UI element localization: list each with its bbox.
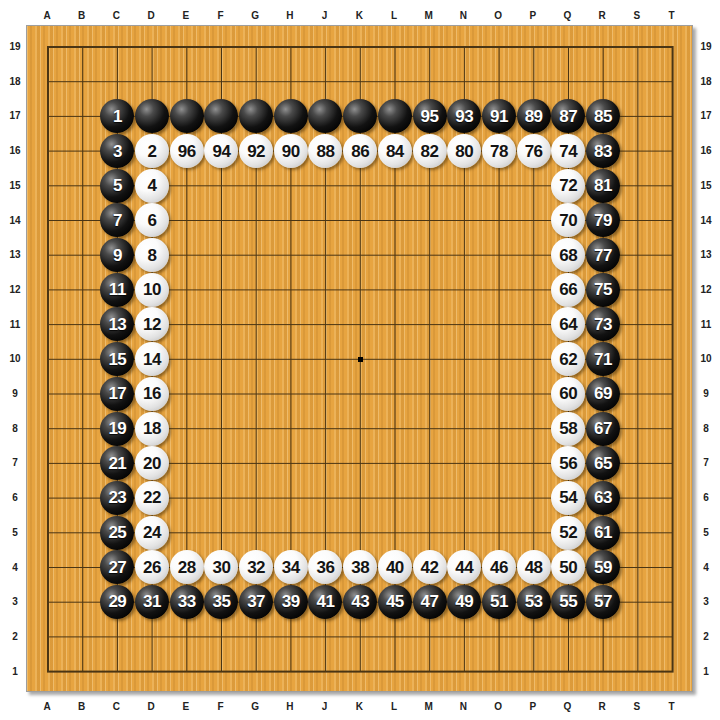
- stone-black-P3-move-53[interactable]: 53: [517, 585, 551, 619]
- col-label-top-E: E: [182, 10, 189, 21]
- col-label-top-N: N: [460, 10, 467, 21]
- stone-black-R13-move-77[interactable]: 77: [586, 238, 620, 272]
- col-label-bottom-L: L: [391, 701, 397, 712]
- stone-white-Q15-move-72[interactable]: 72: [551, 169, 585, 203]
- stone-black-H3-move-39[interactable]: 39: [274, 585, 308, 619]
- row-label-right-6: 6: [703, 492, 709, 503]
- stone-move-number: 36: [317, 559, 335, 576]
- stone-black-N17-move-93[interactable]: 93: [447, 99, 481, 133]
- row-label-left-13: 13: [9, 249, 20, 260]
- stone-white-D15-move-4[interactable]: 4: [135, 169, 169, 203]
- stone-black-R5-move-61[interactable]: 61: [586, 516, 620, 550]
- stone-white-D8-move-18[interactable]: 18: [135, 412, 169, 446]
- row-label-left-12: 12: [9, 283, 20, 294]
- stone-move-number: 26: [143, 559, 161, 576]
- stone-white-Q12-move-66[interactable]: 66: [551, 273, 585, 307]
- stone-move-number: 60: [559, 385, 577, 402]
- stone-white-D9-move-16[interactable]: 16: [135, 377, 169, 411]
- row-label-right-16: 16: [700, 145, 711, 156]
- stone-move-number: 20: [143, 455, 161, 472]
- stone-move-number: 18: [143, 420, 161, 437]
- stone-move-number: 8: [148, 247, 157, 264]
- stone-move-number: 70: [559, 212, 577, 229]
- stone-white-H4-move-34[interactable]: 34: [274, 550, 308, 584]
- stone-black-E3-move-33[interactable]: 33: [170, 585, 204, 619]
- stone-white-P4-move-48[interactable]: 48: [517, 550, 551, 584]
- stone-black-C5-move-25[interactable]: 25: [100, 516, 134, 550]
- stone-white-Q4-move-50[interactable]: 50: [551, 550, 585, 584]
- col-label-top-L: L: [391, 10, 397, 21]
- stone-white-Q11-move-64[interactable]: 64: [551, 307, 585, 341]
- row-label-left-19: 19: [9, 41, 20, 52]
- col-label-top-T: T: [669, 10, 675, 21]
- stone-move-number: 76: [525, 143, 543, 160]
- stone-move-number: 30: [212, 559, 230, 576]
- stone-black-O3-move-51[interactable]: 51: [482, 585, 516, 619]
- stone-black-M3-move-47[interactable]: 47: [413, 585, 447, 619]
- stone-move-number: 3: [113, 143, 122, 160]
- stone-white-H16-move-90[interactable]: 90: [274, 134, 308, 168]
- stone-move-number: 69: [594, 385, 612, 402]
- row-label-left-4: 4: [12, 561, 18, 572]
- stone-black-J17[interactable]: [308, 99, 342, 133]
- stone-move-number: 61: [594, 524, 612, 541]
- col-label-bottom-F: F: [217, 701, 223, 712]
- stone-move-number: 29: [108, 593, 126, 610]
- stone-move-number: 96: [178, 143, 196, 160]
- stone-move-number: 2: [148, 143, 157, 160]
- stone-white-D7-move-20[interactable]: 20: [135, 446, 169, 480]
- col-label-top-F: F: [217, 10, 223, 21]
- stone-white-O4-move-46[interactable]: 46: [482, 550, 516, 584]
- col-label-bottom-N: N: [460, 701, 467, 712]
- stone-black-D3-move-31[interactable]: 31: [135, 585, 169, 619]
- stone-move-number: 21: [108, 455, 126, 472]
- col-label-top-M: M: [425, 10, 433, 21]
- stone-white-D11-move-12[interactable]: 12: [135, 307, 169, 341]
- stone-move-number: 73: [594, 316, 612, 333]
- stone-white-N16-move-80[interactable]: 80: [447, 134, 481, 168]
- stone-black-R15-move-81[interactable]: 81: [586, 169, 620, 203]
- stone-move-number: 46: [490, 559, 508, 576]
- stone-move-number: 95: [421, 108, 439, 125]
- stone-black-R16-move-83[interactable]: 83: [586, 134, 620, 168]
- stone-white-G16-move-92[interactable]: 92: [239, 134, 273, 168]
- col-label-top-C: C: [113, 10, 120, 21]
- stone-move-number: 43: [351, 593, 369, 610]
- stone-white-Q6-move-54[interactable]: 54: [551, 481, 585, 515]
- stone-white-Q14-move-70[interactable]: 70: [551, 203, 585, 237]
- stone-move-number: 44: [455, 559, 473, 576]
- row-label-right-2: 2: [703, 630, 709, 641]
- stone-move-number: 81: [594, 177, 612, 194]
- stone-move-number: 57: [594, 593, 612, 610]
- stone-move-number: 28: [178, 559, 196, 576]
- row-label-left-7: 7: [12, 457, 18, 468]
- col-label-bottom-M: M: [425, 701, 433, 712]
- stone-black-R3-move-57[interactable]: 57: [586, 585, 620, 619]
- stones-grid: 1959391898785329694929088868482807876748…: [31, 30, 690, 689]
- stone-black-L17[interactable]: [378, 99, 412, 133]
- row-label-left-10: 10: [9, 353, 20, 364]
- stone-move-number: 88: [317, 143, 335, 160]
- stone-black-C14-move-7[interactable]: 7: [100, 203, 134, 237]
- stone-move-number: 58: [559, 420, 577, 437]
- row-label-left-6: 6: [12, 492, 18, 503]
- col-label-bottom-O: O: [494, 701, 502, 712]
- stone-black-P17-move-89[interactable]: 89: [517, 99, 551, 133]
- stone-move-number: 53: [525, 593, 543, 610]
- stone-white-M4-move-42[interactable]: 42: [413, 550, 447, 584]
- stone-black-K3-move-43[interactable]: 43: [343, 585, 377, 619]
- col-label-top-O: O: [494, 10, 502, 21]
- row-label-right-9: 9: [703, 388, 709, 399]
- row-label-right-10: 10: [700, 353, 711, 364]
- stone-move-number: 15: [108, 351, 126, 368]
- stone-white-M16-move-82[interactable]: 82: [413, 134, 447, 168]
- stone-move-number: 41: [317, 593, 335, 610]
- stone-move-number: 89: [525, 108, 543, 125]
- stone-white-K16-move-86[interactable]: 86: [343, 134, 377, 168]
- stone-move-number: 55: [559, 593, 577, 610]
- row-label-right-18: 18: [700, 75, 711, 86]
- stone-white-D6-move-22[interactable]: 22: [135, 481, 169, 515]
- stone-move-number: 74: [559, 143, 577, 160]
- stone-white-E4-move-28[interactable]: 28: [170, 550, 204, 584]
- col-label-bottom-C: C: [113, 701, 120, 712]
- col-label-top-B: B: [78, 10, 85, 21]
- row-label-left-17: 17: [9, 110, 20, 121]
- col-label-top-P: P: [529, 10, 536, 21]
- stone-white-D5-move-24[interactable]: 24: [135, 516, 169, 550]
- stone-move-number: 64: [559, 316, 577, 333]
- stone-white-F4-move-30[interactable]: 30: [204, 550, 238, 584]
- row-label-left-14: 14: [9, 214, 20, 225]
- stone-black-C8-move-19[interactable]: 19: [100, 412, 134, 446]
- stone-white-F16-move-94[interactable]: 94: [204, 134, 238, 168]
- stone-move-number: 37: [247, 593, 265, 610]
- stone-move-number: 59: [594, 559, 612, 576]
- col-label-bottom-A: A: [43, 701, 50, 712]
- stone-black-C4-move-27[interactable]: 27: [100, 550, 134, 584]
- col-label-top-H: H: [286, 10, 293, 21]
- col-label-top-Q: Q: [564, 10, 572, 21]
- stone-move-number: 49: [455, 593, 473, 610]
- stone-white-D16-move-2[interactable]: 2: [135, 134, 169, 168]
- row-label-left-2: 2: [12, 630, 18, 641]
- col-label-top-S: S: [634, 10, 641, 21]
- stone-move-number: 45: [386, 593, 404, 610]
- stone-move-number: 16: [143, 385, 161, 402]
- stone-move-number: 25: [108, 524, 126, 541]
- stone-black-C3-move-29[interactable]: 29: [100, 585, 134, 619]
- stone-move-number: 65: [594, 455, 612, 472]
- stone-move-number: 38: [351, 559, 369, 576]
- stone-black-C9-move-17[interactable]: 17: [100, 377, 134, 411]
- stone-white-D13-move-8[interactable]: 8: [135, 238, 169, 272]
- stone-move-number: 94: [212, 143, 230, 160]
- stone-black-M17-move-95[interactable]: 95: [413, 99, 447, 133]
- stone-move-number: 72: [559, 177, 577, 194]
- row-label-right-15: 15: [700, 179, 711, 190]
- stone-white-Q16-move-74[interactable]: 74: [551, 134, 585, 168]
- stone-white-J16-move-88[interactable]: 88: [308, 134, 342, 168]
- stone-move-number: 66: [559, 281, 577, 298]
- stone-black-Q3-move-55[interactable]: 55: [551, 585, 585, 619]
- stone-white-Q9-move-60[interactable]: 60: [551, 377, 585, 411]
- stone-move-number: 77: [594, 247, 612, 264]
- stone-black-R9-move-69[interactable]: 69: [586, 377, 620, 411]
- stone-move-number: 32: [247, 559, 265, 576]
- stone-black-O17-move-91[interactable]: 91: [482, 99, 516, 133]
- stone-black-R6-move-63[interactable]: 63: [586, 481, 620, 515]
- go-diagram-page: ABCDEFGHJKLMNOPQRST ABCDEFGHJKLMNOPQRST …: [0, 0, 720, 720]
- stone-white-D10-move-14[interactable]: 14: [135, 342, 169, 376]
- stone-white-D4-move-26[interactable]: 26: [135, 550, 169, 584]
- stone-white-K4-move-38[interactable]: 38: [343, 550, 377, 584]
- stone-white-Q13-move-68[interactable]: 68: [551, 238, 585, 272]
- stone-move-number: 79: [594, 212, 612, 229]
- stone-move-number: 10: [143, 281, 161, 298]
- stone-move-number: 12: [143, 316, 161, 333]
- row-label-left-3: 3: [12, 596, 18, 607]
- stone-black-C6-move-23[interactable]: 23: [100, 481, 134, 515]
- stone-move-number: 17: [108, 385, 126, 402]
- stone-white-O16-move-78[interactable]: 78: [482, 134, 516, 168]
- stone-black-N3-move-49[interactable]: 49: [447, 585, 481, 619]
- stone-black-C13-move-9[interactable]: 9: [100, 238, 134, 272]
- stone-move-number: 11: [109, 281, 126, 298]
- stone-move-number: 68: [559, 247, 577, 264]
- stone-move-number: 51: [490, 593, 508, 610]
- col-label-top-A: A: [43, 10, 50, 21]
- stone-white-Q5-move-52[interactable]: 52: [551, 516, 585, 550]
- col-label-top-R: R: [599, 10, 606, 21]
- stone-move-number: 84: [386, 143, 404, 160]
- stone-move-number: 50: [559, 559, 577, 576]
- stone-move-number: 85: [594, 108, 612, 125]
- stone-black-C11-move-13[interactable]: 13: [100, 307, 134, 341]
- stone-white-G4-move-32[interactable]: 32: [239, 550, 273, 584]
- stone-move-number: 6: [148, 212, 157, 229]
- stone-white-J4-move-36[interactable]: 36: [308, 550, 342, 584]
- row-label-left-15: 15: [9, 179, 20, 190]
- row-label-right-8: 8: [703, 422, 709, 433]
- stone-move-number: 39: [282, 593, 300, 610]
- stone-black-R7-move-65[interactable]: 65: [586, 446, 620, 480]
- col-label-top-J: J: [322, 10, 328, 21]
- stone-black-C17-move-1[interactable]: 1: [100, 99, 134, 133]
- stone-move-number: 87: [559, 108, 577, 125]
- stone-black-G17[interactable]: [239, 99, 273, 133]
- stone-move-number: 78: [490, 143, 508, 160]
- stone-move-number: 13: [108, 316, 126, 333]
- stone-move-number: 33: [178, 593, 196, 610]
- row-label-left-9: 9: [12, 388, 18, 399]
- stone-move-number: 48: [525, 559, 543, 576]
- row-label-left-18: 18: [9, 75, 20, 86]
- stone-black-R12-move-75[interactable]: 75: [586, 273, 620, 307]
- row-label-right-5: 5: [703, 526, 709, 537]
- stone-move-number: 40: [386, 559, 404, 576]
- stone-black-R10-move-71[interactable]: 71: [586, 342, 620, 376]
- stone-move-number: 9: [113, 247, 122, 264]
- stone-white-Q8-move-58[interactable]: 58: [551, 412, 585, 446]
- stone-black-Q17-move-87[interactable]: 87: [551, 99, 585, 133]
- col-label-top-D: D: [147, 10, 154, 21]
- stone-move-number: 4: [148, 177, 157, 194]
- stone-black-C7-move-21[interactable]: 21: [100, 446, 134, 480]
- stone-move-number: 54: [559, 489, 577, 506]
- stone-black-C16-move-3[interactable]: 3: [100, 134, 134, 168]
- col-label-top-K: K: [356, 10, 363, 21]
- stone-black-L3-move-45[interactable]: 45: [378, 585, 412, 619]
- row-label-right-7: 7: [703, 457, 709, 468]
- stone-black-H17[interactable]: [274, 99, 308, 133]
- row-label-left-11: 11: [10, 318, 21, 329]
- stone-black-R11-move-73[interactable]: 73: [586, 307, 620, 341]
- stone-black-F3-move-35[interactable]: 35: [204, 585, 238, 619]
- stone-move-number: 7: [113, 212, 122, 229]
- col-label-bottom-K: K: [356, 701, 363, 712]
- row-label-right-11: 11: [701, 318, 712, 329]
- col-label-bottom-D: D: [147, 701, 154, 712]
- stone-move-number: 86: [351, 143, 369, 160]
- stone-move-number: 93: [455, 108, 473, 125]
- stone-move-number: 67: [594, 420, 612, 437]
- stone-white-L4-move-40[interactable]: 40: [378, 550, 412, 584]
- row-label-right-4: 4: [703, 561, 709, 572]
- row-label-left-1: 1: [12, 665, 18, 676]
- stone-black-F17[interactable]: [204, 99, 238, 133]
- stone-move-number: 5: [113, 177, 122, 194]
- row-label-left-16: 16: [9, 145, 20, 156]
- stone-move-number: 14: [143, 351, 161, 368]
- col-label-bottom-J: J: [322, 701, 328, 712]
- stone-move-number: 31: [143, 593, 161, 610]
- stone-move-number: 80: [455, 143, 473, 160]
- stone-move-number: 92: [247, 143, 265, 160]
- col-label-bottom-T: T: [669, 701, 675, 712]
- stone-black-R8-move-67[interactable]: 67: [586, 412, 620, 446]
- stone-white-D14-move-6[interactable]: 6: [135, 203, 169, 237]
- stone-move-number: 23: [108, 489, 126, 506]
- stone-black-R17-move-85[interactable]: 85: [586, 99, 620, 133]
- stone-move-number: 62: [559, 351, 577, 368]
- col-label-bottom-Q: Q: [564, 701, 572, 712]
- stone-black-G3-move-37[interactable]: 37: [239, 585, 273, 619]
- stone-move-number: 27: [108, 559, 126, 576]
- stone-move-number: 56: [559, 455, 577, 472]
- stone-white-D12-move-10[interactable]: 10: [135, 273, 169, 307]
- stone-white-Q7-move-56[interactable]: 56: [551, 446, 585, 480]
- row-label-right-1: 1: [703, 665, 709, 676]
- stone-move-number: 42: [421, 559, 439, 576]
- stone-black-E17[interactable]: [170, 99, 204, 133]
- row-label-right-13: 13: [700, 249, 711, 260]
- stone-white-P16-move-76[interactable]: 76: [517, 134, 551, 168]
- col-label-bottom-G: G: [251, 701, 259, 712]
- stone-move-number: 35: [212, 593, 230, 610]
- row-label-left-5: 5: [12, 526, 18, 537]
- stone-move-number: 90: [282, 143, 300, 160]
- stone-black-K17[interactable]: [343, 99, 377, 133]
- stone-black-C12-move-11[interactable]: 11: [100, 273, 134, 307]
- stone-black-C15-move-5[interactable]: 5: [100, 169, 134, 203]
- stone-move-number: 63: [594, 489, 612, 506]
- col-label-bottom-E: E: [182, 701, 189, 712]
- stone-move-number: 91: [490, 108, 508, 125]
- stone-move-number: 83: [594, 143, 612, 160]
- stone-black-J3-move-41[interactable]: 41: [308, 585, 342, 619]
- stone-move-number: 82: [421, 143, 439, 160]
- col-label-bottom-R: R: [599, 701, 606, 712]
- col-label-bottom-P: P: [529, 701, 536, 712]
- row-label-right-3: 3: [703, 596, 709, 607]
- stone-black-R14-move-79[interactable]: 79: [586, 203, 620, 237]
- stone-black-D17[interactable]: [135, 99, 169, 133]
- row-label-right-19: 19: [700, 41, 711, 52]
- stone-move-number: 75: [594, 281, 612, 298]
- row-label-right-12: 12: [700, 283, 711, 294]
- stone-white-E16-move-96[interactable]: 96: [170, 134, 204, 168]
- stone-move-number: 52: [559, 524, 577, 541]
- go-board[interactable]: 1959391898785329694929088868482807876748…: [26, 25, 693, 692]
- stone-white-L16-move-84[interactable]: 84: [378, 134, 412, 168]
- stone-white-N4-move-44[interactable]: 44: [447, 550, 481, 584]
- stone-move-number: 22: [143, 489, 161, 506]
- stone-move-number: 1: [113, 108, 122, 125]
- col-label-bottom-S: S: [634, 701, 641, 712]
- stone-move-number: 24: [143, 524, 161, 541]
- stone-black-C10-move-15[interactable]: 15: [100, 342, 134, 376]
- stone-move-number: 34: [282, 559, 300, 576]
- stone-move-number: 19: [108, 420, 126, 437]
- col-label-bottom-B: B: [78, 701, 85, 712]
- col-label-bottom-H: H: [286, 701, 293, 712]
- row-label-right-14: 14: [700, 214, 711, 225]
- stone-white-Q10-move-62[interactable]: 62: [551, 342, 585, 376]
- stone-black-R4-move-59[interactable]: 59: [586, 550, 620, 584]
- row-label-right-17: 17: [700, 110, 711, 121]
- stone-move-number: 47: [421, 593, 439, 610]
- row-label-left-8: 8: [12, 422, 18, 433]
- stone-move-number: 71: [594, 351, 612, 368]
- col-label-top-G: G: [251, 10, 259, 21]
